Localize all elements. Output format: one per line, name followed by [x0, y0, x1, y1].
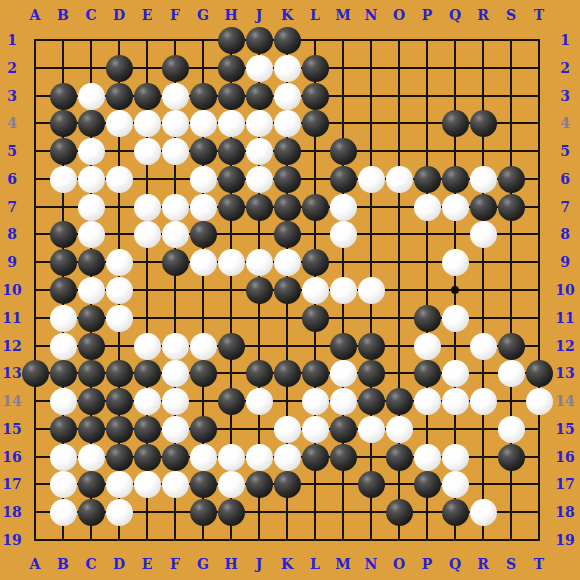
black-stone-N17 — [358, 471, 385, 498]
row-label-right-6: 6 — [553, 170, 577, 188]
black-stone-C17 — [78, 471, 105, 498]
white-stone-M7 — [330, 194, 357, 221]
col-label-bottom-P: P — [415, 555, 439, 573]
white-stone-F15 — [162, 416, 189, 443]
white-stone-D17 — [106, 471, 133, 498]
black-stone-H18 — [218, 499, 245, 526]
white-stone-S15 — [498, 416, 525, 443]
black-stone-K13 — [274, 360, 301, 387]
row-label-right-13: 13 — [553, 364, 577, 382]
black-stone-L2 — [302, 55, 329, 82]
black-stone-C11 — [78, 305, 105, 332]
black-stone-K7 — [274, 194, 301, 221]
black-stone-D2 — [106, 55, 133, 82]
white-stone-E17 — [134, 471, 161, 498]
row-label-left-18: 18 — [0, 503, 24, 521]
row-label-right-11: 11 — [553, 309, 577, 327]
black-stone-L13 — [302, 360, 329, 387]
black-stone-Q18 — [442, 499, 469, 526]
white-stone-O15 — [386, 416, 413, 443]
col-label-top-A: A — [23, 6, 47, 24]
row-label-right-10: 10 — [553, 281, 577, 299]
black-stone-O16 — [386, 444, 413, 471]
col-label-top-C: C — [79, 6, 103, 24]
black-stone-P13 — [414, 360, 441, 387]
white-stone-F12 — [162, 333, 189, 360]
white-stone-K9 — [274, 249, 301, 276]
row-label-left-4: 4 — [0, 114, 24, 132]
white-stone-B12 — [50, 333, 77, 360]
col-label-bottom-R: R — [471, 555, 495, 573]
white-stone-F17 — [162, 471, 189, 498]
black-stone-C14 — [78, 388, 105, 415]
black-stone-K1 — [274, 27, 301, 54]
white-stone-L14 — [302, 388, 329, 415]
black-stone-K6 — [274, 166, 301, 193]
white-stone-J14 — [246, 388, 273, 415]
white-stone-Q14 — [442, 388, 469, 415]
black-stone-G3 — [190, 83, 217, 110]
row-label-right-15: 15 — [553, 420, 577, 438]
col-label-bottom-H: H — [219, 555, 243, 573]
white-stone-J4 — [246, 110, 273, 137]
row-label-left-2: 2 — [0, 59, 24, 77]
white-stone-K16 — [274, 444, 301, 471]
white-stone-J2 — [246, 55, 273, 82]
black-stone-B5 — [50, 138, 77, 165]
row-label-right-17: 17 — [553, 475, 577, 493]
go-board[interactable]: ABCDEFGHJKLMNOPQRST ABCDEFGHJKLMNOPQRST … — [0, 0, 580, 580]
row-label-right-16: 16 — [553, 448, 577, 466]
white-stone-E4 — [134, 110, 161, 137]
black-stone-K8 — [274, 221, 301, 248]
black-stone-O18 — [386, 499, 413, 526]
row-label-right-8: 8 — [553, 225, 577, 243]
row-label-left-8: 8 — [0, 225, 24, 243]
col-label-bottom-B: B — [51, 555, 75, 573]
black-stone-P11 — [414, 305, 441, 332]
col-label-bottom-S: S — [499, 555, 523, 573]
white-stone-T14 — [526, 388, 553, 415]
white-stone-P16 — [414, 444, 441, 471]
white-stone-R14 — [470, 388, 497, 415]
black-stone-E16 — [134, 444, 161, 471]
white-stone-F8 — [162, 221, 189, 248]
col-label-top-F: F — [163, 6, 187, 24]
white-stone-H17 — [218, 471, 245, 498]
white-stone-O6 — [386, 166, 413, 193]
black-stone-G5 — [190, 138, 217, 165]
white-stone-J6 — [246, 166, 273, 193]
black-stone-F2 — [162, 55, 189, 82]
black-stone-M6 — [330, 166, 357, 193]
white-stone-E14 — [134, 388, 161, 415]
black-stone-L11 — [302, 305, 329, 332]
col-label-bottom-J: J — [247, 555, 271, 573]
black-stone-M16 — [330, 444, 357, 471]
row-label-right-9: 9 — [553, 253, 577, 271]
black-stone-H12 — [218, 333, 245, 360]
row-label-right-3: 3 — [553, 87, 577, 105]
col-label-top-J: J — [247, 6, 271, 24]
black-stone-P17 — [414, 471, 441, 498]
col-label-top-P: P — [415, 6, 439, 24]
black-stone-H3 — [218, 83, 245, 110]
col-label-bottom-F: F — [163, 555, 187, 573]
white-stone-G12 — [190, 333, 217, 360]
white-stone-R8 — [470, 221, 497, 248]
row-label-right-1: 1 — [553, 31, 577, 49]
col-label-top-R: R — [471, 6, 495, 24]
col-label-top-N: N — [359, 6, 383, 24]
col-label-bottom-A: A — [23, 555, 47, 573]
black-stone-J1 — [246, 27, 273, 54]
black-stone-S6 — [498, 166, 525, 193]
black-stone-H1 — [218, 27, 245, 54]
white-stone-B16 — [50, 444, 77, 471]
row-label-right-18: 18 — [553, 503, 577, 521]
white-stone-F4 — [162, 110, 189, 137]
row-label-right-19: 19 — [553, 531, 577, 549]
white-stone-C6 — [78, 166, 105, 193]
white-stone-B17 — [50, 471, 77, 498]
black-stone-M12 — [330, 333, 357, 360]
black-stone-Q6 — [442, 166, 469, 193]
col-label-bottom-G: G — [191, 555, 215, 573]
black-stone-S12 — [498, 333, 525, 360]
black-stone-H5 — [218, 138, 245, 165]
white-stone-M8 — [330, 221, 357, 248]
white-stone-M14 — [330, 388, 357, 415]
white-stone-D4 — [106, 110, 133, 137]
white-stone-C16 — [78, 444, 105, 471]
row-label-left-13: 13 — [0, 364, 24, 382]
black-stone-L4 — [302, 110, 329, 137]
white-stone-D6 — [106, 166, 133, 193]
row-label-left-17: 17 — [0, 475, 24, 493]
white-stone-P7 — [414, 194, 441, 221]
col-label-bottom-D: D — [107, 555, 131, 573]
black-stone-L16 — [302, 444, 329, 471]
row-label-right-2: 2 — [553, 59, 577, 77]
row-label-right-4: 4 — [553, 114, 577, 132]
black-stone-S7 — [498, 194, 525, 221]
white-stone-C10 — [78, 277, 105, 304]
white-stone-Q13 — [442, 360, 469, 387]
black-stone-H6 — [218, 166, 245, 193]
row-label-left-1: 1 — [0, 31, 24, 49]
grid-line-horizontal — [34, 539, 540, 541]
white-stone-Q11 — [442, 305, 469, 332]
white-stone-N6 — [358, 166, 385, 193]
black-stone-D14 — [106, 388, 133, 415]
black-stone-P6 — [414, 166, 441, 193]
black-stone-N12 — [358, 333, 385, 360]
black-stone-D15 — [106, 416, 133, 443]
black-stone-B9 — [50, 249, 77, 276]
black-stone-C13 — [78, 360, 105, 387]
white-stone-Q9 — [442, 249, 469, 276]
black-stone-D16 — [106, 444, 133, 471]
black-stone-B10 — [50, 277, 77, 304]
white-stone-E7 — [134, 194, 161, 221]
white-stone-K3 — [274, 83, 301, 110]
black-stone-L7 — [302, 194, 329, 221]
row-label-left-16: 16 — [0, 448, 24, 466]
white-stone-Q17 — [442, 471, 469, 498]
col-label-top-S: S — [499, 6, 523, 24]
black-stone-J7 — [246, 194, 273, 221]
white-stone-G4 — [190, 110, 217, 137]
white-stone-H16 — [218, 444, 245, 471]
row-label-right-12: 12 — [553, 337, 577, 355]
white-stone-K4 — [274, 110, 301, 137]
white-stone-P14 — [414, 388, 441, 415]
black-stone-C18 — [78, 499, 105, 526]
row-label-right-14: 14 — [553, 392, 577, 410]
white-stone-B18 — [50, 499, 77, 526]
row-label-left-5: 5 — [0, 142, 24, 160]
col-label-bottom-K: K — [275, 555, 299, 573]
col-label-bottom-Q: Q — [443, 555, 467, 573]
black-stone-B3 — [50, 83, 77, 110]
white-stone-D18 — [106, 499, 133, 526]
black-stone-O14 — [386, 388, 413, 415]
black-stone-F9 — [162, 249, 189, 276]
black-stone-N13 — [358, 360, 385, 387]
white-stone-G7 — [190, 194, 217, 221]
col-label-bottom-L: L — [303, 555, 327, 573]
black-stone-E13 — [134, 360, 161, 387]
white-stone-S13 — [498, 360, 525, 387]
black-stone-J10 — [246, 277, 273, 304]
white-stone-R18 — [470, 499, 497, 526]
white-stone-G16 — [190, 444, 217, 471]
black-stone-J3 — [246, 83, 273, 110]
black-stone-G15 — [190, 416, 217, 443]
black-stone-G8 — [190, 221, 217, 248]
black-stone-M15 — [330, 416, 357, 443]
white-stone-F13 — [162, 360, 189, 387]
grid-line-horizontal — [34, 345, 540, 347]
row-label-left-10: 10 — [0, 281, 24, 299]
row-label-left-12: 12 — [0, 337, 24, 355]
white-stone-K15 — [274, 416, 301, 443]
col-label-top-B: B — [51, 6, 75, 24]
col-label-bottom-O: O — [387, 555, 411, 573]
black-stone-L3 — [302, 83, 329, 110]
black-stone-B8 — [50, 221, 77, 248]
col-label-bottom-E: E — [135, 555, 159, 573]
col-label-top-E: E — [135, 6, 159, 24]
black-stone-G17 — [190, 471, 217, 498]
black-stone-D3 — [106, 83, 133, 110]
row-label-left-9: 9 — [0, 253, 24, 271]
black-stone-H2 — [218, 55, 245, 82]
col-label-top-K: K — [275, 6, 299, 24]
white-stone-J9 — [246, 249, 273, 276]
row-label-left-7: 7 — [0, 198, 24, 216]
black-stone-K10 — [274, 277, 301, 304]
white-stone-M10 — [330, 277, 357, 304]
white-stone-E5 — [134, 138, 161, 165]
row-label-right-7: 7 — [553, 198, 577, 216]
black-stone-G18 — [190, 499, 217, 526]
black-stone-S16 — [498, 444, 525, 471]
black-stone-B15 — [50, 416, 77, 443]
white-stone-D10 — [106, 277, 133, 304]
black-stone-E15 — [134, 416, 161, 443]
white-stone-P12 — [414, 333, 441, 360]
white-stone-L10 — [302, 277, 329, 304]
black-stone-K5 — [274, 138, 301, 165]
white-stone-B11 — [50, 305, 77, 332]
col-label-top-Q: Q — [443, 6, 467, 24]
white-stone-N15 — [358, 416, 385, 443]
white-stone-G9 — [190, 249, 217, 276]
row-label-left-14: 14 — [0, 392, 24, 410]
col-label-top-G: G — [191, 6, 215, 24]
black-stone-C9 — [78, 249, 105, 276]
black-stone-T13 — [526, 360, 553, 387]
col-label-bottom-C: C — [79, 555, 103, 573]
white-stone-G6 — [190, 166, 217, 193]
row-label-left-6: 6 — [0, 170, 24, 188]
white-stone-F5 — [162, 138, 189, 165]
white-stone-M13 — [330, 360, 357, 387]
black-stone-R7 — [470, 194, 497, 221]
white-stone-B14 — [50, 388, 77, 415]
row-label-left-15: 15 — [0, 420, 24, 438]
white-stone-C8 — [78, 221, 105, 248]
black-stone-D13 — [106, 360, 133, 387]
white-stone-H9 — [218, 249, 245, 276]
white-stone-J5 — [246, 138, 273, 165]
black-stone-Q4 — [442, 110, 469, 137]
col-label-bottom-N: N — [359, 555, 383, 573]
white-stone-N10 — [358, 277, 385, 304]
white-stone-J16 — [246, 444, 273, 471]
white-stone-D11 — [106, 305, 133, 332]
black-stone-G13 — [190, 360, 217, 387]
white-stone-F7 — [162, 194, 189, 221]
black-stone-C4 — [78, 110, 105, 137]
row-label-right-5: 5 — [553, 142, 577, 160]
white-stone-Q16 — [442, 444, 469, 471]
black-stone-H14 — [218, 388, 245, 415]
black-stone-M5 — [330, 138, 357, 165]
white-stone-F3 — [162, 83, 189, 110]
white-stone-B6 — [50, 166, 77, 193]
white-stone-Q7 — [442, 194, 469, 221]
col-label-bottom-M: M — [331, 555, 355, 573]
row-label-left-19: 19 — [0, 531, 24, 549]
white-stone-D9 — [106, 249, 133, 276]
white-stone-R6 — [470, 166, 497, 193]
white-stone-E12 — [134, 333, 161, 360]
col-label-top-T: T — [527, 6, 551, 24]
white-stone-L15 — [302, 416, 329, 443]
white-stone-C5 — [78, 138, 105, 165]
star-point-Q10 — [451, 286, 459, 294]
black-stone-J17 — [246, 471, 273, 498]
black-stone-A13 — [22, 360, 49, 387]
white-stone-R12 — [470, 333, 497, 360]
white-stone-K2 — [274, 55, 301, 82]
black-stone-J13 — [246, 360, 273, 387]
col-label-top-O: O — [387, 6, 411, 24]
col-label-top-H: H — [219, 6, 243, 24]
col-label-bottom-T: T — [527, 555, 551, 573]
white-stone-H4 — [218, 110, 245, 137]
black-stone-R4 — [470, 110, 497, 137]
black-stone-C12 — [78, 333, 105, 360]
white-stone-C7 — [78, 194, 105, 221]
black-stone-K17 — [274, 471, 301, 498]
black-stone-B13 — [50, 360, 77, 387]
white-stone-F14 — [162, 388, 189, 415]
black-stone-L9 — [302, 249, 329, 276]
black-stone-H7 — [218, 194, 245, 221]
col-label-top-M: M — [331, 6, 355, 24]
row-label-left-3: 3 — [0, 87, 24, 105]
black-stone-E3 — [134, 83, 161, 110]
row-label-left-11: 11 — [0, 309, 24, 327]
black-stone-C15 — [78, 416, 105, 443]
white-stone-C3 — [78, 83, 105, 110]
black-stone-N14 — [358, 388, 385, 415]
col-label-top-D: D — [107, 6, 131, 24]
black-stone-B4 — [50, 110, 77, 137]
black-stone-F16 — [162, 444, 189, 471]
white-stone-E8 — [134, 221, 161, 248]
col-label-top-L: L — [303, 6, 327, 24]
